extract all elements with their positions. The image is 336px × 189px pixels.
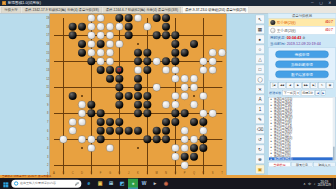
player-name: 王小虎(2段) xyxy=(277,28,325,33)
white-stone-G14[interactable] xyxy=(106,57,114,65)
white-stone-G17[interactable] xyxy=(106,31,114,39)
white-stone-H18[interactable] xyxy=(115,23,123,31)
black-stone-H10[interactable] xyxy=(115,92,123,100)
black-stone-H19[interactable] xyxy=(115,14,123,22)
black-stone-E14[interactable] xyxy=(87,57,95,65)
black-stone-O16[interactable] xyxy=(171,40,179,48)
black-stone-O7[interactable] xyxy=(171,118,179,126)
cursor-icon[interactable]: ↖ xyxy=(255,15,264,24)
white-stone-R8[interactable] xyxy=(199,109,207,117)
white-stone-S15[interactable] xyxy=(209,49,217,57)
white-stone-F18[interactable] xyxy=(97,23,105,31)
go-board[interactable]: 19181716151413121110987654321ABCDEFGHJKL… xyxy=(50,14,226,175)
black-stone-N7[interactable] xyxy=(162,118,170,126)
nav-button-2[interactable]: ◀ xyxy=(286,83,293,89)
black-stone-P3[interactable] xyxy=(181,153,189,161)
filter-label: 棋谱手数 xyxy=(269,91,281,95)
tray-icon-0[interactable]: ∧ xyxy=(303,182,305,186)
last-move-marker xyxy=(118,68,121,71)
panel-tab-2[interactable]: 观战人员 xyxy=(314,162,336,167)
triangle-mark-icon[interactable]: △ xyxy=(255,55,264,64)
console-icon[interactable]: ▸ xyxy=(150,178,160,188)
white-stone-F17[interactable] xyxy=(97,31,105,39)
row-coordinate-label: 4 xyxy=(46,147,50,150)
white-stone-G16[interactable] xyxy=(106,40,114,48)
white-stone-M14[interactable] xyxy=(153,57,161,65)
request-button-2[interactable]: 数子结算申请 xyxy=(275,71,328,78)
white-stone-K13[interactable] xyxy=(134,66,142,74)
search-placeholder-text: 在这里输入你要搜索的内容 xyxy=(20,181,73,185)
black-stone-H11[interactable] xyxy=(115,83,123,91)
black-stone-G6[interactable] xyxy=(106,127,114,135)
black-stone-D18[interactable] xyxy=(78,23,86,31)
tray-icon-2[interactable]: ♪ xyxy=(314,182,316,186)
black-stone-K10[interactable] xyxy=(134,92,142,100)
black-stone-H12[interactable] xyxy=(115,75,123,83)
request-button-group: 悔棋申请形势判断申请数子结算申请 xyxy=(269,48,336,81)
black-stone-G7[interactable] xyxy=(106,118,114,126)
tab-session-1[interactable]: 课程-1342-17-9 初级班2(晚) 乐学(4) 课堂对弈(3/8) xyxy=(22,7,102,13)
white-stone-N9[interactable] xyxy=(162,101,170,109)
black-stone-O14[interactable] xyxy=(171,57,179,65)
nav-button-5[interactable]: ▶| xyxy=(310,83,317,89)
row-coordinate-label: 12 xyxy=(46,77,50,80)
white-stone-M11[interactable] xyxy=(153,83,161,91)
letter-mark-icon[interactable]: A xyxy=(255,95,264,104)
black-stone-R5[interactable] xyxy=(199,135,207,143)
start-button[interactable] xyxy=(0,180,11,187)
black-stone-F7[interactable] xyxy=(97,118,105,126)
black-stone-H13[interactable] xyxy=(115,66,123,74)
row-coordinate-label: 19 xyxy=(46,17,50,20)
panel-bottom-tabs: 当前棋局聊天信息观战人员 xyxy=(269,162,336,167)
black-stone-E8[interactable] xyxy=(87,109,95,117)
black-stone-Q7[interactable] xyxy=(190,118,198,126)
black-stone-F13[interactable] xyxy=(97,66,105,74)
white-stone-icon[interactable]: ○ xyxy=(255,45,264,54)
white-stone-P11[interactable] xyxy=(181,83,189,91)
white-stone-Q11[interactable] xyxy=(190,83,198,91)
tab-session-0[interactable]: 对弈大厅 xyxy=(1,7,20,13)
black-stone-N19[interactable] xyxy=(162,14,170,22)
white-stone-R6[interactable] xyxy=(199,127,207,135)
black-stone-C10[interactable] xyxy=(69,92,77,100)
request-button-1[interactable]: 形势判断申请 xyxy=(275,61,328,68)
system-tray: ∧中♪ 20:19 2019/12/9 xyxy=(303,178,336,189)
explorer-icon[interactable]: ▣ xyxy=(95,178,105,188)
black-stone-J10[interactable] xyxy=(125,92,133,100)
white-stone-E4[interactable] xyxy=(87,144,95,152)
windows-logo-icon xyxy=(3,182,8,187)
white-stone-O13[interactable] xyxy=(171,66,179,74)
black-stone-L14[interactable] xyxy=(143,57,151,65)
black-stone-Q3[interactable] xyxy=(190,153,198,161)
close-button[interactable]: ✕ xyxy=(325,1,334,5)
black-stone-N14[interactable] xyxy=(162,57,170,65)
white-stone-G18[interactable] xyxy=(106,23,114,31)
white-stone-O4[interactable] xyxy=(171,144,179,152)
tab-session-2[interactable]: 课程-1244-6-7 初级班2(晚) 乐学(4) 课堂对弈(3/8) xyxy=(103,7,181,13)
clock-icon: ⏱ xyxy=(302,36,305,40)
black-stone-R4[interactable] xyxy=(199,144,207,152)
store-icon[interactable]: ⊞ xyxy=(106,178,116,188)
player-name: 陈小明(2段) xyxy=(277,20,325,25)
markup-toolbar: ↖▦●○△□◯✕A1✎⌫↺↻⊕▣ xyxy=(255,15,266,174)
black-stone-K12[interactable] xyxy=(134,75,142,83)
mic-icon: 🎤 xyxy=(75,182,79,186)
maximize-button[interactable]: ▢ xyxy=(317,1,326,5)
move-list-item[interactable]: ●第281手(H13) xyxy=(269,157,335,160)
black-stone-P15[interactable] xyxy=(181,49,189,57)
white-stone-S13[interactable] xyxy=(209,66,217,74)
black-stone-icon[interactable]: ● xyxy=(255,35,264,44)
white-stone-R14[interactable] xyxy=(199,57,207,65)
black-stone-M6[interactable] xyxy=(153,127,161,135)
white-stone-F14[interactable] xyxy=(97,57,105,65)
show-desktop-button[interactable] xyxy=(333,178,334,189)
row-coordinate-label: 16 xyxy=(46,43,50,46)
black-stone-N18[interactable] xyxy=(162,23,170,31)
black-stone-K14[interactable] xyxy=(134,57,142,65)
black-stone-K8[interactable] xyxy=(134,109,142,117)
black-stone-L10[interactable] xyxy=(143,92,151,100)
taskbar-search-input[interactable]: 在这里输入你要搜索的内容 🎤 xyxy=(11,179,81,187)
black-stone-L13[interactable] xyxy=(143,66,151,74)
black-stone-L5[interactable] xyxy=(143,135,151,143)
black-stone-L9[interactable] xyxy=(143,101,151,109)
black-stone-H7[interactable] xyxy=(115,118,123,126)
white-stone-Q5[interactable] xyxy=(190,135,198,143)
taskbar-app-icons: e▣⊞◩●W▸◉ xyxy=(84,178,171,188)
white-stone-T15[interactable] xyxy=(218,49,226,57)
white-stone-O9[interactable] xyxy=(171,101,179,109)
black-stone-L8[interactable] xyxy=(143,109,151,117)
main-area: 19181716151413121110987654321ABCDEFGHJKL… xyxy=(0,13,336,175)
white-stone-E17[interactable] xyxy=(87,31,95,39)
white-stone-K19[interactable] xyxy=(134,14,142,22)
black-stone-C17[interactable] xyxy=(69,31,77,39)
white-stone-B5[interactable] xyxy=(59,135,67,143)
white-stone-C6[interactable] xyxy=(69,127,77,135)
capture-count: 提0子 xyxy=(325,20,334,25)
black-stone-M5[interactable] xyxy=(153,135,161,143)
white-stone-P10[interactable] xyxy=(181,92,189,100)
white-stone-R13[interactable] xyxy=(199,66,207,74)
black-stone-F8[interactable] xyxy=(97,109,105,117)
row-coordinate-label: 7 xyxy=(46,121,50,124)
photos-icon[interactable]: ◩ xyxy=(117,178,127,188)
black-stone-J6[interactable] xyxy=(125,127,133,135)
app-icon xyxy=(2,1,6,5)
row-coordinate-label: 10 xyxy=(46,95,50,98)
white-stone-D5[interactable] xyxy=(78,135,86,143)
current-time-value: 2019-12-09 20:19:44 xyxy=(287,41,321,45)
black-stone-J17[interactable] xyxy=(125,31,133,39)
black-stone-C18[interactable] xyxy=(69,23,77,31)
white-stone-E5[interactable] xyxy=(87,135,95,143)
white-stone-P12[interactable] xyxy=(181,75,189,83)
white-stone-R10[interactable] xyxy=(199,92,207,100)
row-coordinate-label: 2 xyxy=(46,164,50,167)
tray-icon-1[interactable]: 中 xyxy=(308,181,311,186)
word-icon[interactable]: W xyxy=(139,178,149,188)
black-stone-L15[interactable] xyxy=(143,49,151,57)
black-stone-N5[interactable] xyxy=(162,135,170,143)
capture-count: 提0子 xyxy=(325,28,334,33)
square-mark-icon[interactable]: □ xyxy=(255,65,264,74)
panel-tab-1[interactable]: 聊天信息 xyxy=(291,162,313,167)
player-row-black[interactable]: 陈小明(2段)提0子 xyxy=(269,18,336,26)
row-coordinate-label: 11 xyxy=(46,86,50,89)
white-stone-P6[interactable] xyxy=(181,127,189,135)
undo-icon[interactable]: ↺ xyxy=(255,135,264,144)
white-stone-E19[interactable] xyxy=(87,14,95,22)
white-stone-S14[interactable] xyxy=(209,57,217,65)
black-stone-F6[interactable] xyxy=(97,127,105,135)
star-point xyxy=(81,147,83,149)
white-stone-Q12[interactable] xyxy=(190,75,198,83)
black-stone-N17[interactable] xyxy=(162,31,170,39)
nav-button-4[interactable]: ▶▶ xyxy=(302,83,309,89)
player-row-white[interactable]: 王小虎(2段)提0子 xyxy=(269,26,336,34)
white-stone-G15[interactable] xyxy=(106,49,114,57)
white-stone-P4[interactable] xyxy=(181,144,189,152)
move-display-dropdown[interactable]: 下一手(1) ▾ xyxy=(282,90,300,96)
row-coordinate-label: 18 xyxy=(46,25,50,28)
white-stone-D9[interactable] xyxy=(78,101,86,109)
black-stone-D16[interactable] xyxy=(78,40,86,48)
white-stone-Q9[interactable] xyxy=(190,101,198,109)
move-list[interactable]: ●第261手(O15)○第262手(S14)●第263手(P16)○第264手(… xyxy=(269,97,336,161)
minimize-button[interactable]: ─ xyxy=(308,1,317,5)
edge-icon[interactable]: e xyxy=(84,178,94,188)
black-stone-O8[interactable] xyxy=(171,109,179,117)
move-list-scrollbar[interactable] xyxy=(333,97,335,160)
black-stone-G13[interactable] xyxy=(106,66,114,74)
nav-button-6[interactable]: ↻ xyxy=(318,83,325,89)
star-point xyxy=(81,95,83,97)
white-stone-E16[interactable] xyxy=(87,40,95,48)
row-coordinate-label: 13 xyxy=(46,69,50,72)
black-stone-K15[interactable] xyxy=(134,49,142,57)
cross-mark-icon[interactable]: ✕ xyxy=(255,85,264,94)
white-stone-L18[interactable] xyxy=(143,23,151,31)
black-stone-O17[interactable] xyxy=(171,31,179,39)
taskbar-clock[interactable]: 20:19 2019/12/9 xyxy=(318,180,331,187)
black-stone-E9[interactable] xyxy=(87,101,95,109)
board-icon[interactable]: ▦ xyxy=(255,25,264,34)
eraser-icon[interactable]: ⌫ xyxy=(255,125,264,134)
move-nav-bar: |◀◀◀◀▶▶▶▶|↻▦ xyxy=(269,83,336,89)
pencil-icon[interactable]: ✎ xyxy=(255,115,264,124)
session-tab-bar: 对弈大厅课程-1342-17-9 初级班2(晚) 乐学(4) 课堂对弈(3/8)… xyxy=(0,6,336,13)
black-stone-J19[interactable] xyxy=(125,14,133,22)
white-stone-H16[interactable] xyxy=(115,40,123,48)
next-mini-button[interactable]: ▶ xyxy=(321,90,326,95)
black-stone-R7[interactable] xyxy=(199,118,207,126)
redo-icon[interactable]: ↻ xyxy=(255,145,264,154)
app-window: 新博围棋1.0(试用版) ─ ▢ ✕ 对弈大厅课程-1342-17-9 初级班2… xyxy=(0,0,336,189)
browser-icon[interactable]: ◉ xyxy=(161,178,171,188)
windows-taskbar: 在这里输入你要搜索的内容 🎤 e▣⊞◩●W▸◉ ∧中♪ 20:19 2019/1… xyxy=(0,178,336,189)
window-title: 新博围棋1.0(试用版) xyxy=(8,0,41,5)
move-filter-row: 棋谱手数 下一手(1) ▾ 间隔1秒 ◀ ▶ xyxy=(269,90,336,96)
black-stone-N6[interactable] xyxy=(162,127,170,135)
black-stone-D15[interactable] xyxy=(78,49,86,57)
black-stone-H6[interactable] xyxy=(115,127,123,135)
white-stone-P2[interactable] xyxy=(181,161,189,169)
black-stone-O15[interactable] xyxy=(171,49,179,57)
nav-button-1[interactable]: ◀◀ xyxy=(278,83,285,89)
white-stone-N13[interactable] xyxy=(162,66,170,74)
black-stone-K11[interactable] xyxy=(134,83,142,91)
circle-mark-icon[interactable]: ◯ xyxy=(255,75,264,84)
white-stone-icon xyxy=(270,28,275,33)
black-stone-P8[interactable] xyxy=(181,109,189,117)
black-stone-icon xyxy=(270,20,275,25)
row-coordinate-label: 8 xyxy=(46,112,50,115)
black-stone-K6[interactable] xyxy=(134,127,142,135)
star-point xyxy=(137,147,139,149)
prev-mini-button[interactable]: ◀ xyxy=(315,90,320,95)
row-coordinate-label: 6 xyxy=(46,129,50,132)
black-stone-M17[interactable] xyxy=(153,31,161,39)
row-coordinate-label: 3 xyxy=(46,155,50,158)
black-stone-Q4[interactable] xyxy=(190,144,198,152)
row-coordinate-label: 5 xyxy=(46,138,50,141)
zoom-icon[interactable]: ⊕ xyxy=(255,155,264,164)
white-stone-S8[interactable] xyxy=(209,109,217,117)
white-stone-F19[interactable] xyxy=(97,14,105,22)
black-stone-J18[interactable] xyxy=(125,23,133,31)
row-coordinate-label: 14 xyxy=(46,60,50,63)
tab-session-3[interactable]: 课程-9-37-23-0 研学组(2/4) 课堂对弈(2/8) xyxy=(182,7,249,13)
white-stone-O12[interactable] xyxy=(171,75,179,83)
nav-button-7[interactable]: ▦ xyxy=(326,83,333,89)
black-stone-F16[interactable] xyxy=(97,40,105,48)
white-stone-E15[interactable] xyxy=(87,49,95,57)
row-coordinate-label: 17 xyxy=(46,34,50,37)
white-stone-D8[interactable] xyxy=(78,109,86,117)
white-stone-O3[interactable] xyxy=(171,153,179,161)
white-stone-E18[interactable] xyxy=(87,23,95,31)
black-stone-G12[interactable] xyxy=(106,75,114,83)
go-app-icon[interactable]: ● xyxy=(128,178,138,188)
row-coordinate-label: 15 xyxy=(46,51,50,54)
folder-icon[interactable]: ▣ xyxy=(255,165,264,174)
black-stone-K9[interactable] xyxy=(134,101,142,109)
panel-tab-0[interactable]: 当前棋局 xyxy=(269,162,291,167)
black-stone-Q16[interactable] xyxy=(190,40,198,48)
white-stone-C7[interactable] xyxy=(69,118,77,126)
star-point xyxy=(137,43,139,45)
black-stone-H9[interactable] xyxy=(115,101,123,109)
nav-button-3[interactable]: ▶ xyxy=(294,83,301,89)
time-used-value: 00:04:43 xyxy=(287,35,302,39)
star-point xyxy=(193,95,195,97)
black-stone-F5[interactable] xyxy=(97,135,105,143)
move-label: 第281手(H13) xyxy=(274,157,293,160)
number-mark-icon[interactable]: 1 xyxy=(255,105,264,114)
row-coordinate-label: 9 xyxy=(46,103,50,106)
white-stone-F15[interactable] xyxy=(97,49,105,57)
white-stone-G4[interactable] xyxy=(106,144,114,152)
black-stone-M19[interactable] xyxy=(153,14,161,22)
request-button-0[interactable]: 悔棋申请 xyxy=(275,51,328,58)
interval-box[interactable]: 间隔1秒 xyxy=(301,90,314,96)
cortana-icon xyxy=(14,181,18,185)
current-time-line: 当前时间: 2019-12-09 20:19:44 xyxy=(269,40,336,46)
white-stone-O10[interactable] xyxy=(171,92,179,100)
nav-button-0[interactable]: |◀ xyxy=(270,83,277,89)
game-info-panel: 课堂对弈棋局 陈小明(2段)提0子王小虎(2段)提0子 用时状态: 00:04:… xyxy=(268,13,336,175)
white-stone-P5[interactable] xyxy=(181,135,189,143)
white-stone-D7[interactable] xyxy=(78,118,86,126)
